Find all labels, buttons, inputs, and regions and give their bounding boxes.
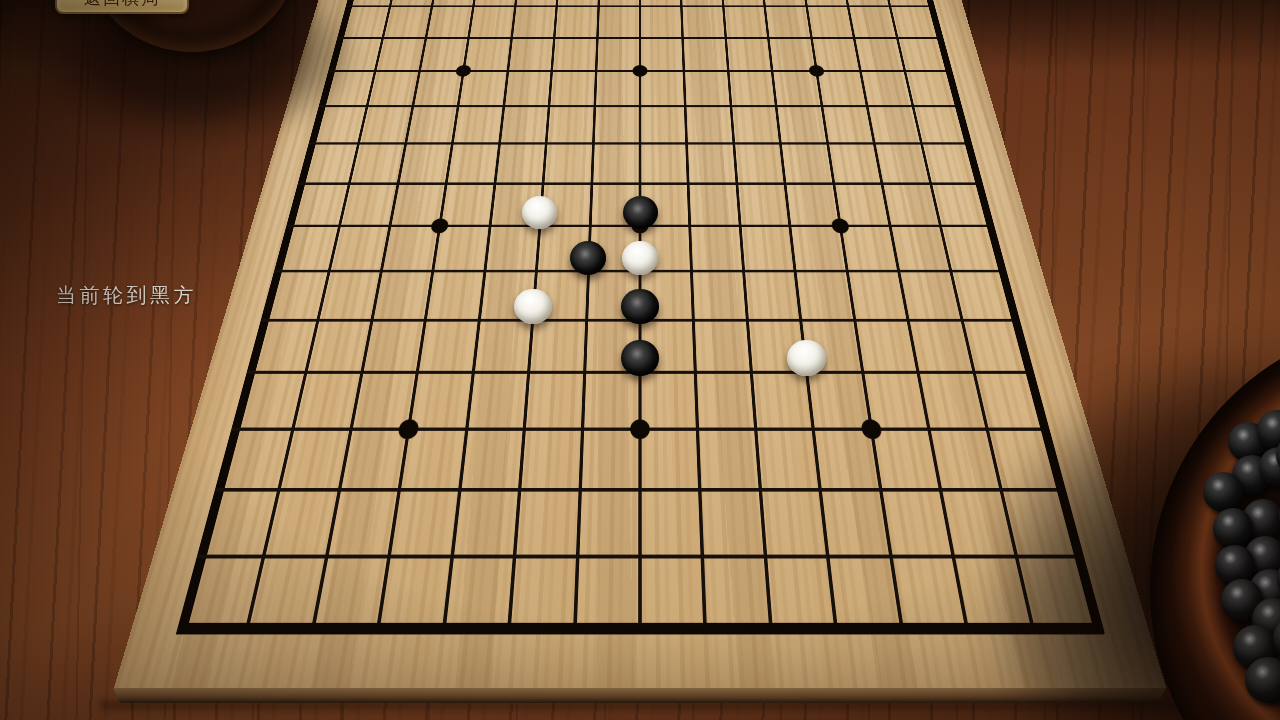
star-point xyxy=(632,219,649,234)
star-point xyxy=(630,419,650,439)
grid-line xyxy=(176,622,1104,634)
star-point xyxy=(633,65,648,76)
bowl-stone-black xyxy=(1203,472,1243,512)
turn-status-text: 当前轮到黑方 xyxy=(56,282,197,309)
bowl-stone-black xyxy=(1213,508,1253,548)
grid-line xyxy=(196,554,1083,558)
menu-button[interactable]: 返回棋局 xyxy=(55,0,189,14)
game-scene: 返回棋局 当前轮到黑方 xyxy=(0,0,1280,720)
menu-button-label: 返回棋局 xyxy=(84,0,160,10)
